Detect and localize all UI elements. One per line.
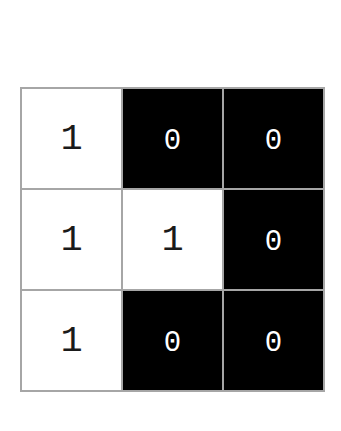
binary-grid-board: 1 0 0 1 1 0 1 0 0	[20, 87, 325, 392]
grid-cell-r2c3[interactable]: 0	[224, 190, 323, 289]
grid-cell-r2c1[interactable]: 1	[22, 190, 121, 289]
grid-cell-r1c1[interactable]: 1	[22, 89, 121, 188]
grid-cell-r3c3[interactable]: 0	[224, 291, 323, 390]
grid-cell-r3c2[interactable]: 0	[123, 291, 222, 390]
grid-cell-r2c2[interactable]: 1	[123, 190, 222, 289]
grid-cell-r1c3[interactable]: 0	[224, 89, 323, 188]
page: 1 0 0 1 1 0 1 0 0	[0, 0, 341, 431]
grid-cell-r3c1[interactable]: 1	[22, 291, 121, 390]
grid-cell-r1c2[interactable]: 0	[123, 89, 222, 188]
